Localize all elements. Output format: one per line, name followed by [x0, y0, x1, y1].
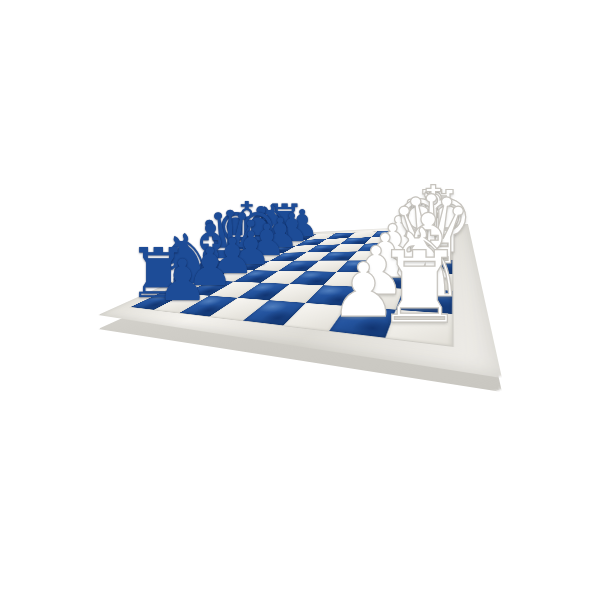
chess-set-photo: ♜♞♝♛♚♝♞♜♟♟♟♟♟♟♟♟♟♟♟♟♟♟♟♟♜♞♝♛♚♝♞♜ — [0, 0, 600, 600]
piece-white-rook[interactable]: ♜ — [360, 238, 479, 337]
piece-blue-pawn[interactable]: ♟ — [148, 252, 217, 309]
